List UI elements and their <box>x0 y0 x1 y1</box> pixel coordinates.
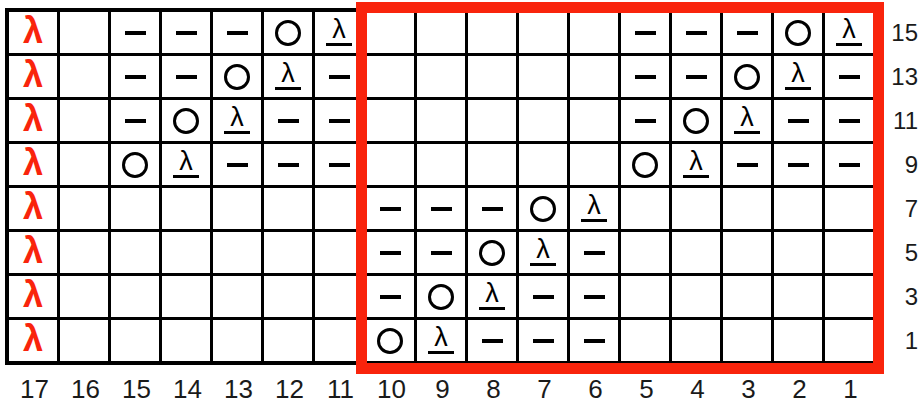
cell-r3-c10 <box>366 276 414 317</box>
column-label: 5 <box>621 372 672 406</box>
cell-r13-c1 <box>825 56 873 97</box>
cell-r3-c15 <box>111 276 159 317</box>
cell-r1-c9: λ <box>417 320 465 361</box>
cell-r5-c3 <box>723 232 771 273</box>
column-label: 14 <box>162 372 213 406</box>
cell-r5-c1 <box>825 232 873 273</box>
purl-dash-icon <box>584 295 605 299</box>
cell-r1-c10 <box>366 320 414 361</box>
cell-r7-c14 <box>162 188 210 229</box>
purl-dash-icon <box>227 31 248 35</box>
cell-r13-c9 <box>417 56 465 97</box>
cell-r5-c14 <box>162 232 210 273</box>
cell-r13-c3 <box>723 56 771 97</box>
double-decrease-icon: λ <box>224 107 250 134</box>
cell-r1-c8 <box>468 320 516 361</box>
cell-r1-c1 <box>825 320 873 361</box>
cell-r9-c2 <box>774 144 822 185</box>
purl-dash-icon <box>329 119 350 123</box>
cell-r7-c12 <box>264 188 312 229</box>
lambda-glyph: λ <box>332 18 346 41</box>
cell-r1-c4 <box>672 320 720 361</box>
cell-r13-c10 <box>366 56 414 97</box>
cell-r7-c5 <box>621 188 669 229</box>
purl-dash-icon <box>125 119 146 123</box>
column-label: 16 <box>60 372 111 406</box>
cell-r15-c4 <box>672 12 720 53</box>
cell-r11-c8 <box>468 100 516 141</box>
cell-r13-c2: λ <box>774 56 822 97</box>
cell-r5-c9 <box>417 232 465 273</box>
cell-r13-c15 <box>111 56 159 97</box>
cell-r7-c10 <box>366 188 414 229</box>
cell-r1-c17: λ <box>9 320 57 361</box>
cell-r9-c16 <box>60 144 108 185</box>
lambda-glyph: λ <box>179 150 193 173</box>
lambda-glyph: λ <box>230 106 244 129</box>
yarn-over-icon <box>632 152 658 178</box>
cell-r15-c3 <box>723 12 771 53</box>
lambda-glyph: λ <box>689 150 703 173</box>
cell-r1-c12 <box>264 320 312 361</box>
yarn-over-icon <box>122 152 148 178</box>
lambda-glyph: λ <box>434 326 448 349</box>
double-decrease-icon: λ <box>836 19 862 46</box>
cell-r5-c8 <box>468 232 516 273</box>
column-label: 15 <box>111 372 162 406</box>
double-decrease-icon: λ <box>326 19 352 46</box>
cell-r13-c8 <box>468 56 516 97</box>
row-label: 3 <box>886 276 918 317</box>
cell-r11-c17: λ <box>9 100 57 141</box>
knitting-chart: λλλλλλλλλλλλλλλλλλλλ 1716151413121110987… <box>0 0 924 414</box>
cell-r5-c10 <box>366 232 414 273</box>
cell-r9-c1 <box>825 144 873 185</box>
cell-r11-c2 <box>774 100 822 141</box>
double-decrease-icon: λ <box>479 283 505 310</box>
purl-dash-icon <box>380 251 401 255</box>
row-labels: 15131197531 <box>886 12 918 361</box>
red-lambda-icon: λ <box>23 145 43 181</box>
cell-r15-c6 <box>570 12 618 53</box>
yarn-over-icon <box>377 328 403 354</box>
cell-r11-c7 <box>519 100 567 141</box>
purl-dash-icon <box>737 163 758 167</box>
purl-dash-icon <box>686 31 707 35</box>
yarn-over-icon <box>734 64 760 90</box>
cell-r11-c15 <box>111 100 159 141</box>
red-lambda-icon: λ <box>23 101 43 137</box>
cell-r11-c13: λ <box>213 100 261 141</box>
purl-dash-icon <box>482 207 503 211</box>
cell-r1-c11 <box>315 320 363 361</box>
column-labels: 1716151413121110987654321 <box>9 372 876 406</box>
cell-r3-c9 <box>417 276 465 317</box>
red-lambda-icon: λ <box>23 189 43 225</box>
column-label: 1 <box>825 372 876 406</box>
cell-r1-c14 <box>162 320 210 361</box>
cell-r13-c14 <box>162 56 210 97</box>
cell-r15-c10 <box>366 12 414 53</box>
cell-r1-c5 <box>621 320 669 361</box>
cell-r1-c3 <box>723 320 771 361</box>
cell-r15-c8 <box>468 12 516 53</box>
cell-r9-c11 <box>315 144 363 185</box>
cell-r5-c13 <box>213 232 261 273</box>
row-label: 5 <box>886 232 918 273</box>
yarn-over-icon <box>479 240 505 266</box>
cell-r13-c13 <box>213 56 261 97</box>
purl-dash-icon <box>278 163 299 167</box>
double-decrease-icon: λ <box>530 239 556 266</box>
purl-dash-icon <box>635 75 656 79</box>
cell-r15-c2 <box>774 12 822 53</box>
cell-r7-c9 <box>417 188 465 229</box>
cell-r5-c11 <box>315 232 363 273</box>
lambda-glyph: λ <box>281 62 295 85</box>
yarn-over-icon <box>683 108 709 134</box>
purl-dash-icon <box>380 295 401 299</box>
cell-r5-c15 <box>111 232 159 273</box>
purl-dash-icon <box>635 119 656 123</box>
purl-dash-icon <box>482 339 503 343</box>
cell-r13-c7 <box>519 56 567 97</box>
cell-r7-c16 <box>60 188 108 229</box>
purl-dash-icon <box>533 339 554 343</box>
purl-dash-icon <box>737 31 758 35</box>
cell-r5-c16 <box>60 232 108 273</box>
cell-r9-c12 <box>264 144 312 185</box>
cell-r9-c15 <box>111 144 159 185</box>
purl-dash-icon <box>431 251 452 255</box>
cell-r1-c6 <box>570 320 618 361</box>
cell-r11-c4 <box>672 100 720 141</box>
cell-r9-c6 <box>570 144 618 185</box>
cell-r9-c4: λ <box>672 144 720 185</box>
cell-r9-c10 <box>366 144 414 185</box>
lambda-glyph: λ <box>587 194 601 217</box>
column-label: 2 <box>774 372 825 406</box>
column-label: 11 <box>315 372 366 406</box>
cell-r15-c5 <box>621 12 669 53</box>
cell-r7-c13 <box>213 188 261 229</box>
cell-r11-c6 <box>570 100 618 141</box>
cell-r9-c5 <box>621 144 669 185</box>
cell-r3-c6 <box>570 276 618 317</box>
cell-r15-c11: λ <box>315 12 363 53</box>
row-label: 11 <box>886 100 918 141</box>
cell-r7-c8 <box>468 188 516 229</box>
red-lambda-icon: λ <box>23 13 43 49</box>
cell-r3-c14 <box>162 276 210 317</box>
purl-dash-icon <box>584 339 605 343</box>
yarn-over-icon <box>224 64 250 90</box>
yarn-over-icon <box>428 284 454 310</box>
cell-r5-c7: λ <box>519 232 567 273</box>
purl-dash-icon <box>176 31 197 35</box>
purl-dash-icon <box>125 31 146 35</box>
purl-dash-icon <box>431 207 452 211</box>
red-lambda-icon: λ <box>23 277 43 313</box>
double-decrease-icon: λ <box>581 195 607 222</box>
row-label: 15 <box>886 12 918 53</box>
row-label: 1 <box>886 320 918 361</box>
cell-r9-c7 <box>519 144 567 185</box>
cell-r3-c13 <box>213 276 261 317</box>
red-lambda-icon: λ <box>23 233 43 269</box>
cell-r11-c3: λ <box>723 100 771 141</box>
cell-r3-c7 <box>519 276 567 317</box>
board: λλλλλλλλλλλλλλλλλλλλ <box>5 8 877 365</box>
double-decrease-icon: λ <box>275 63 301 90</box>
row-label: 9 <box>886 144 918 185</box>
column-label: 3 <box>723 372 774 406</box>
cell-r5-c4 <box>672 232 720 273</box>
double-decrease-icon: λ <box>173 151 199 178</box>
cell-r3-c1 <box>825 276 873 317</box>
cell-r3-c11 <box>315 276 363 317</box>
cell-r15-c16 <box>60 12 108 53</box>
column-label: 4 <box>672 372 723 406</box>
cell-r7-c6: λ <box>570 188 618 229</box>
column-label: 13 <box>213 372 264 406</box>
cell-r11-c16 <box>60 100 108 141</box>
cell-r7-c2 <box>774 188 822 229</box>
cell-r3-c3 <box>723 276 771 317</box>
cell-r5-c5 <box>621 232 669 273</box>
cell-r9-c17: λ <box>9 144 57 185</box>
cell-r11-c10 <box>366 100 414 141</box>
cell-r3-c17: λ <box>9 276 57 317</box>
cell-r7-c3 <box>723 188 771 229</box>
purl-dash-icon <box>839 119 860 123</box>
purl-dash-icon <box>278 119 299 123</box>
cell-r15-c15 <box>111 12 159 53</box>
cell-r9-c13 <box>213 144 261 185</box>
cell-r1-c15 <box>111 320 159 361</box>
lambda-glyph: λ <box>740 106 754 129</box>
purl-dash-icon <box>125 75 146 79</box>
lambda-glyph: λ <box>485 282 499 305</box>
cell-r7-c17: λ <box>9 188 57 229</box>
purl-dash-icon <box>686 75 707 79</box>
red-lambda-icon: λ <box>23 57 43 93</box>
cell-r5-c2 <box>774 232 822 273</box>
yarn-over-icon <box>173 108 199 134</box>
purl-dash-icon <box>788 119 809 123</box>
column-label: 17 <box>9 372 60 406</box>
column-label: 12 <box>264 372 315 406</box>
cell-r3-c2 <box>774 276 822 317</box>
cell-r5-c17: λ <box>9 232 57 273</box>
column-label: 9 <box>417 372 468 406</box>
cell-r11-c11 <box>315 100 363 141</box>
purl-dash-icon <box>176 75 197 79</box>
column-label: 10 <box>366 372 417 406</box>
cell-r15-c12 <box>264 12 312 53</box>
column-label: 8 <box>468 372 519 406</box>
purl-dash-icon <box>839 163 860 167</box>
cell-r13-c4 <box>672 56 720 97</box>
purl-dash-icon <box>329 163 350 167</box>
cell-r11-c5 <box>621 100 669 141</box>
cell-r3-c5 <box>621 276 669 317</box>
purl-dash-icon <box>584 251 605 255</box>
cell-r7-c15 <box>111 188 159 229</box>
lambda-glyph: λ <box>842 18 856 41</box>
cell-r11-c1 <box>825 100 873 141</box>
column-label: 7 <box>519 372 570 406</box>
cell-r15-c17: λ <box>9 12 57 53</box>
cell-r13-c16 <box>60 56 108 97</box>
cell-r13-c6 <box>570 56 618 97</box>
cell-r9-c9 <box>417 144 465 185</box>
cell-r7-c1 <box>825 188 873 229</box>
cell-r5-c6 <box>570 232 618 273</box>
purl-dash-icon <box>329 75 350 79</box>
cell-r9-c3 <box>723 144 771 185</box>
cell-r9-c14: λ <box>162 144 210 185</box>
cell-r3-c8: λ <box>468 276 516 317</box>
purl-dash-icon <box>533 295 554 299</box>
row-label: 7 <box>886 188 918 229</box>
cell-r11-c14 <box>162 100 210 141</box>
cell-r7-c4 <box>672 188 720 229</box>
purl-dash-icon <box>635 31 656 35</box>
cell-r3-c12 <box>264 276 312 317</box>
purl-dash-icon <box>227 163 248 167</box>
purl-dash-icon <box>380 207 401 211</box>
column-label: 6 <box>570 372 621 406</box>
cell-r1-c16 <box>60 320 108 361</box>
double-decrease-icon: λ <box>428 327 454 354</box>
double-decrease-icon: λ <box>785 63 811 90</box>
yarn-over-icon <box>530 196 556 222</box>
yarn-over-icon <box>275 20 301 46</box>
cell-r3-c4 <box>672 276 720 317</box>
double-decrease-icon: λ <box>683 151 709 178</box>
cell-r15-c7 <box>519 12 567 53</box>
cell-r15-c13 <box>213 12 261 53</box>
cell-r13-c5 <box>621 56 669 97</box>
cell-r13-c17: λ <box>9 56 57 97</box>
cell-r11-c12 <box>264 100 312 141</box>
cell-r7-c7 <box>519 188 567 229</box>
lambda-glyph: λ <box>791 62 805 85</box>
cell-r9-c8 <box>468 144 516 185</box>
cell-r3-c16 <box>60 276 108 317</box>
double-decrease-icon: λ <box>734 107 760 134</box>
cell-r15-c9 <box>417 12 465 53</box>
cell-r5-c12 <box>264 232 312 273</box>
cell-r15-c1: λ <box>825 12 873 53</box>
cell-r13-c11 <box>315 56 363 97</box>
cell-r1-c13 <box>213 320 261 361</box>
cell-r7-c11 <box>315 188 363 229</box>
row-label: 13 <box>886 56 918 97</box>
purl-dash-icon <box>839 75 860 79</box>
purl-dash-icon <box>788 163 809 167</box>
yarn-over-icon <box>785 20 811 46</box>
red-lambda-icon: λ <box>23 321 43 357</box>
cell-r13-c12: λ <box>264 56 312 97</box>
cell-r1-c2 <box>774 320 822 361</box>
cell-r1-c7 <box>519 320 567 361</box>
cell-r11-c9 <box>417 100 465 141</box>
lambda-glyph: λ <box>536 238 550 261</box>
cell-r15-c14 <box>162 12 210 53</box>
